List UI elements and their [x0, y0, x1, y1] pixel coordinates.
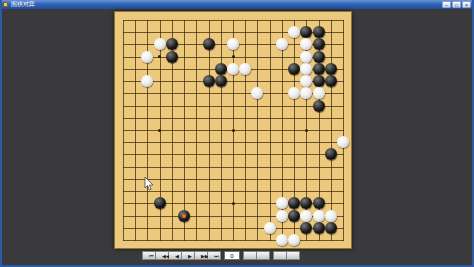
star-point: [305, 129, 308, 132]
move-number-box[interactable]: [224, 251, 240, 260]
white-stone: [276, 38, 288, 50]
black-stone: [325, 148, 337, 160]
white-stone: [288, 234, 300, 246]
white-stone: [300, 210, 312, 222]
toolbar-extra-button-4[interactable]: [287, 251, 300, 260]
app-icon: [3, 2, 8, 7]
white-stone: [141, 75, 153, 87]
grid-line-horizontal: [123, 142, 344, 143]
white-stone: [276, 210, 288, 222]
white-stone: [264, 222, 276, 234]
black-stone: [166, 51, 178, 63]
mouse-cursor-icon: [144, 177, 154, 191]
black-stone: [203, 75, 215, 87]
black-stone: [300, 197, 312, 209]
nav-forward-button[interactable]: ▶: [182, 251, 195, 260]
white-stone: [227, 38, 239, 50]
grid-line-horizontal: [123, 240, 344, 241]
replay-toolbar: ⏮ ◀◀ ◀ ▶ ▶▶ ⏭: [142, 251, 300, 260]
grid-line-vertical: [245, 20, 246, 241]
window-title: 围棋对弈: [11, 0, 442, 9]
black-stone: [288, 210, 300, 222]
grid-line-vertical: [257, 20, 258, 241]
star-point: [232, 55, 235, 58]
black-stone: [313, 26, 325, 38]
black-stone: [325, 63, 337, 75]
black-stone: [154, 197, 166, 209]
app-window: 围棋对弈 ─ □ × ⏮ ◀◀ ◀ ▶ ▶▶ ⏭: [0, 0, 474, 267]
black-stone: [313, 38, 325, 50]
nav-forward-10-button[interactable]: ▶▶: [195, 251, 208, 260]
toolbar-extra-button-3[interactable]: [273, 251, 287, 260]
white-stone: [251, 87, 263, 99]
white-stone: [300, 63, 312, 75]
grid-line-horizontal: [123, 179, 344, 180]
white-stone: [239, 63, 251, 75]
black-stone: [325, 222, 337, 234]
black-stone: [313, 222, 325, 234]
white-stone: [300, 87, 312, 99]
minimize-button[interactable]: ─: [442, 1, 451, 8]
star-point: [158, 55, 161, 58]
last-move-marker: [182, 214, 186, 218]
star-point: [232, 202, 235, 205]
white-stone: [141, 51, 153, 63]
white-stone: [288, 87, 300, 99]
maximize-button[interactable]: □: [452, 1, 461, 8]
black-stone: [313, 197, 325, 209]
black-stone: [288, 63, 300, 75]
title-bar: 围棋对弈 ─ □ ×: [0, 0, 474, 9]
nav-last-button[interactable]: ⏭: [208, 251, 221, 260]
white-stone: [276, 197, 288, 209]
black-stone: [215, 75, 227, 87]
white-stone: [337, 136, 349, 148]
star-point: [158, 129, 161, 132]
black-stone: [313, 75, 325, 87]
white-stone: [325, 210, 337, 222]
white-stone: [227, 63, 239, 75]
white-stone: [276, 234, 288, 246]
nav-first-button[interactable]: ⏮: [142, 251, 156, 260]
black-stone: [325, 75, 337, 87]
close-button[interactable]: ×: [462, 1, 471, 8]
toolbar-group-right: [273, 251, 300, 260]
toolbar-extra-button-1[interactable]: [243, 251, 257, 260]
grid-line-horizontal: [123, 191, 344, 192]
nav-back-button[interactable]: ◀: [169, 251, 182, 260]
black-stone: [166, 38, 178, 50]
black-stone: [300, 222, 312, 234]
black-stone: [288, 197, 300, 209]
black-stone: [300, 26, 312, 38]
nav-back-10-button[interactable]: ◀◀: [156, 251, 169, 260]
white-stone: [288, 26, 300, 38]
toolbar-group-left: [243, 251, 270, 260]
black-stone: [215, 63, 227, 75]
grid-line-vertical: [331, 20, 332, 241]
grid-line-vertical: [343, 20, 344, 241]
white-stone: [154, 38, 166, 50]
star-point: [232, 129, 235, 132]
grid-line-horizontal: [123, 167, 344, 168]
white-stone: [300, 51, 312, 63]
grid-line-horizontal: [123, 154, 344, 155]
black-stone: [203, 38, 215, 50]
black-stone: [313, 51, 325, 63]
toolbar-extra-button-2[interactable]: [257, 251, 270, 260]
white-stone: [300, 75, 312, 87]
window-controls: ─ □ ×: [442, 1, 471, 8]
black-stone: [313, 100, 325, 112]
go-board[interactable]: [114, 11, 352, 249]
black-stone: [313, 63, 325, 75]
white-stone: [313, 87, 325, 99]
grid-line-vertical: [270, 20, 271, 241]
white-stone: [300, 38, 312, 50]
white-stone: [313, 210, 325, 222]
